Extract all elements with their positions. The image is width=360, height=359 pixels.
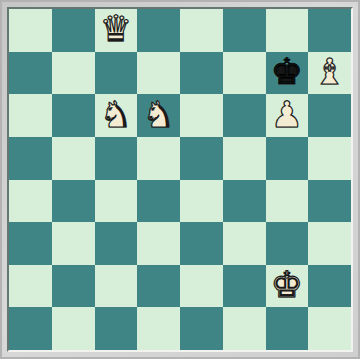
square-e3[interactable] bbox=[180, 222, 223, 265]
square-a7[interactable] bbox=[9, 52, 52, 95]
square-c3[interactable] bbox=[95, 222, 138, 265]
square-a2[interactable] bbox=[9, 265, 52, 308]
square-d2[interactable] bbox=[137, 265, 180, 308]
square-b7[interactable] bbox=[52, 52, 95, 95]
square-b2[interactable] bbox=[52, 265, 95, 308]
white-knight[interactable]: ♞ bbox=[100, 97, 132, 133]
square-h7[interactable]: ♝ bbox=[308, 52, 351, 95]
square-f4[interactable] bbox=[223, 180, 266, 223]
white-queen[interactable]: ♛ bbox=[100, 11, 132, 47]
white-pawn[interactable]: ♟ bbox=[271, 97, 303, 133]
square-d1[interactable] bbox=[137, 307, 180, 350]
square-c8[interactable]: ♛ bbox=[95, 9, 138, 52]
square-f2[interactable] bbox=[223, 265, 266, 308]
square-g4[interactable] bbox=[266, 180, 309, 223]
square-e7[interactable] bbox=[180, 52, 223, 95]
square-g8[interactable] bbox=[266, 9, 309, 52]
square-b1[interactable] bbox=[52, 307, 95, 350]
square-d6[interactable]: ♞ bbox=[137, 94, 180, 137]
square-c1[interactable] bbox=[95, 307, 138, 350]
square-a3[interactable] bbox=[9, 222, 52, 265]
white-king[interactable]: ♚ bbox=[271, 267, 303, 303]
black-king[interactable]: ♚ bbox=[271, 54, 303, 90]
square-f6[interactable] bbox=[223, 94, 266, 137]
square-h8[interactable] bbox=[308, 9, 351, 52]
square-b8[interactable] bbox=[52, 9, 95, 52]
square-h6[interactable] bbox=[308, 94, 351, 137]
board-frame: ♛♚♝♞♞♟♚ bbox=[0, 0, 360, 359]
square-a8[interactable] bbox=[9, 9, 52, 52]
square-d7[interactable] bbox=[137, 52, 180, 95]
square-e1[interactable] bbox=[180, 307, 223, 350]
square-a5[interactable] bbox=[9, 137, 52, 180]
square-e5[interactable] bbox=[180, 137, 223, 180]
square-g2[interactable]: ♚ bbox=[266, 265, 309, 308]
square-c2[interactable] bbox=[95, 265, 138, 308]
square-f1[interactable] bbox=[223, 307, 266, 350]
square-a4[interactable] bbox=[9, 180, 52, 223]
square-g3[interactable] bbox=[266, 222, 309, 265]
square-c6[interactable]: ♞ bbox=[95, 94, 138, 137]
square-b3[interactable] bbox=[52, 222, 95, 265]
square-b6[interactable] bbox=[52, 94, 95, 137]
square-e8[interactable] bbox=[180, 9, 223, 52]
board-bevel: ♛♚♝♞♞♟♚ bbox=[7, 7, 353, 352]
square-g7[interactable]: ♚ bbox=[266, 52, 309, 95]
square-g5[interactable] bbox=[266, 137, 309, 180]
square-h3[interactable] bbox=[308, 222, 351, 265]
square-a1[interactable] bbox=[9, 307, 52, 350]
square-h5[interactable] bbox=[308, 137, 351, 180]
white-bishop[interactable]: ♝ bbox=[313, 54, 345, 90]
square-e6[interactable] bbox=[180, 94, 223, 137]
square-d4[interactable] bbox=[137, 180, 180, 223]
square-b4[interactable] bbox=[52, 180, 95, 223]
square-f8[interactable] bbox=[223, 9, 266, 52]
square-c4[interactable] bbox=[95, 180, 138, 223]
square-h2[interactable] bbox=[308, 265, 351, 308]
square-f5[interactable] bbox=[223, 137, 266, 180]
square-a6[interactable] bbox=[9, 94, 52, 137]
square-e4[interactable] bbox=[180, 180, 223, 223]
white-knight[interactable]: ♞ bbox=[142, 97, 174, 133]
square-f7[interactable] bbox=[223, 52, 266, 95]
square-d3[interactable] bbox=[137, 222, 180, 265]
square-h1[interactable] bbox=[308, 307, 351, 350]
square-c7[interactable] bbox=[95, 52, 138, 95]
square-g6[interactable]: ♟ bbox=[266, 94, 309, 137]
chess-board: ♛♚♝♞♞♟♚ bbox=[9, 9, 351, 350]
square-f3[interactable] bbox=[223, 222, 266, 265]
square-g1[interactable] bbox=[266, 307, 309, 350]
square-d8[interactable] bbox=[137, 9, 180, 52]
square-h4[interactable] bbox=[308, 180, 351, 223]
square-b5[interactable] bbox=[52, 137, 95, 180]
square-d5[interactable] bbox=[137, 137, 180, 180]
square-c5[interactable] bbox=[95, 137, 138, 180]
square-e2[interactable] bbox=[180, 265, 223, 308]
